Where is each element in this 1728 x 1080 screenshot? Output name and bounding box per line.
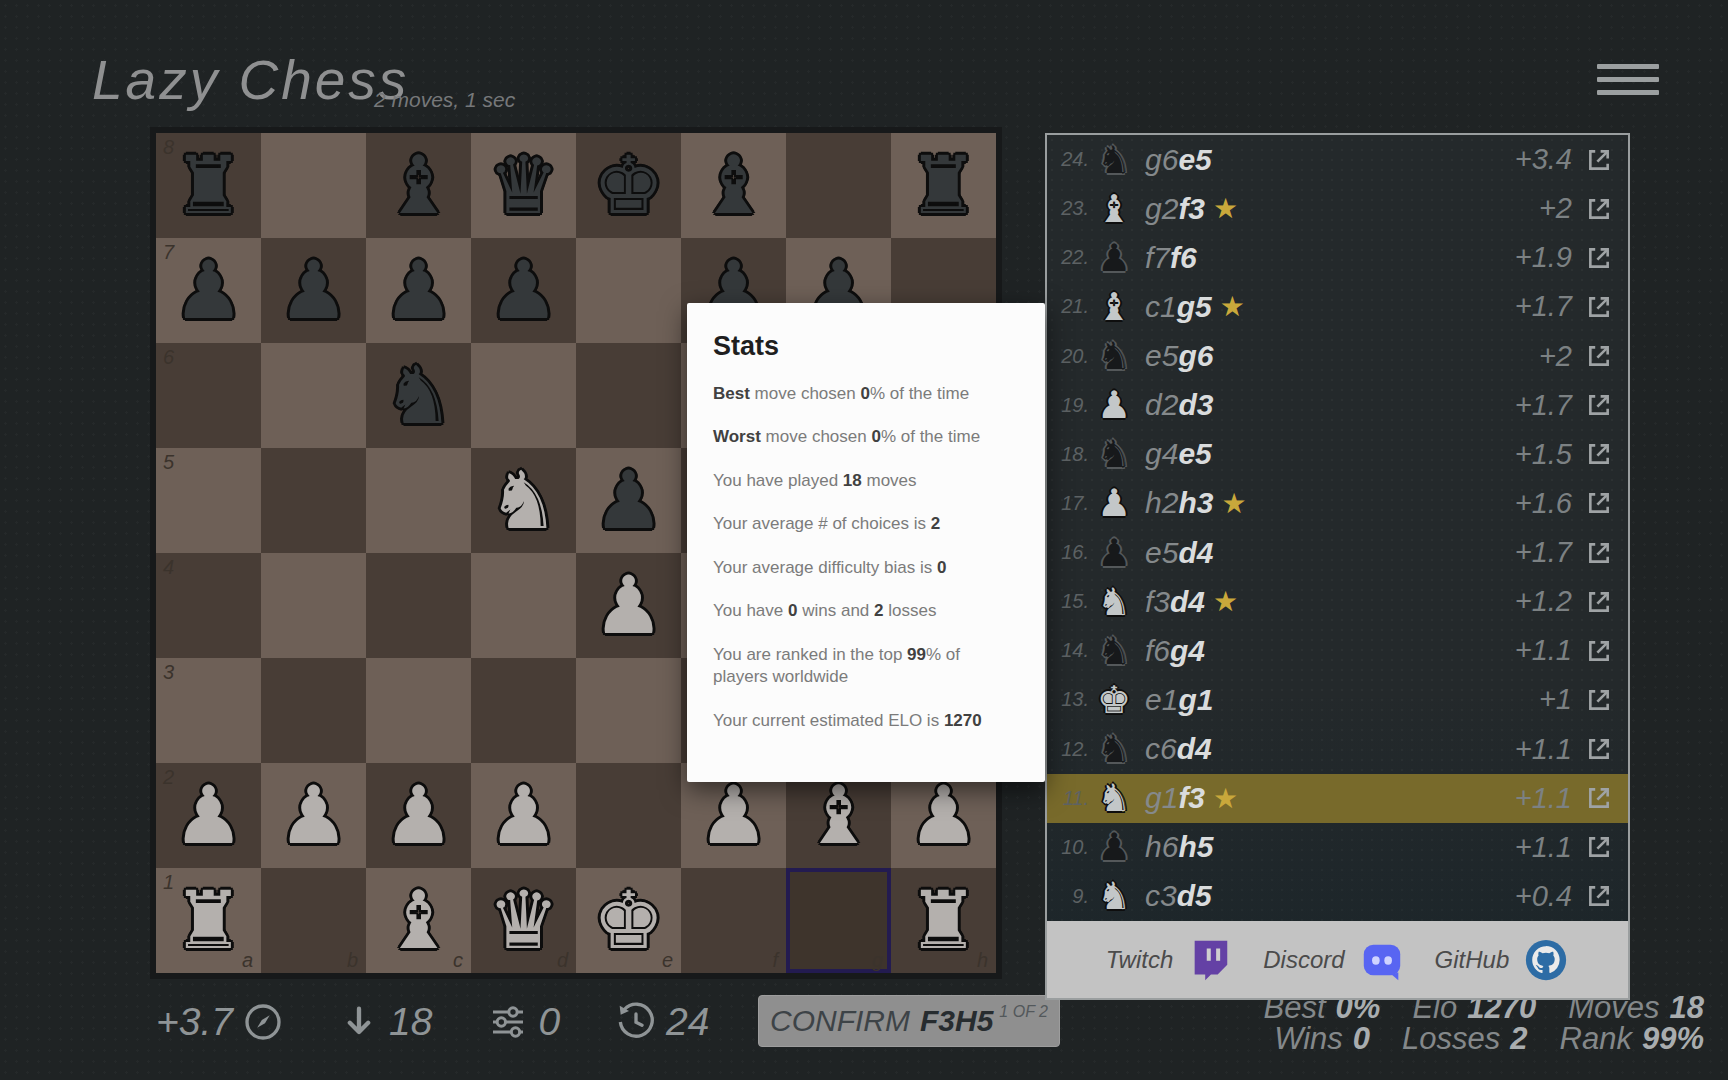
square-a7[interactable]: 7♟: [156, 238, 261, 343]
open-analysis-link-icon[interactable]: [1586, 245, 1612, 271]
square-a4[interactable]: 4: [156, 553, 261, 658]
white-rook-a1[interactable]: ♜: [156, 868, 261, 973]
stat-line-8: Your current estimated ELO is 1270: [713, 710, 1019, 732]
square-c3[interactable]: [366, 658, 471, 763]
black-knight-icon: ♞: [1089, 435, 1139, 473]
move-eval: +2: [1539, 192, 1572, 225]
move-from: f3: [1145, 585, 1170, 619]
move-eval: +1.7: [1515, 536, 1572, 569]
black-bishop-f8[interactable]: ♝: [681, 133, 786, 238]
eval-indicator: +3.7: [156, 1000, 283, 1044]
discord-icon: [1359, 937, 1405, 983]
black-pawn-icon: ♟: [1089, 828, 1139, 866]
file-label-b: b: [347, 949, 358, 972]
square-b5[interactable]: [261, 448, 366, 553]
black-pawn-c7[interactable]: ♟: [366, 238, 471, 343]
stat-line-7: You are ranked in the top 99% of players…: [713, 644, 1019, 689]
move-eval: +1.6: [1515, 487, 1572, 520]
move-number: 22.: [1047, 246, 1089, 269]
move-number: 19.: [1047, 394, 1089, 417]
file-label-g: g: [872, 949, 883, 972]
move-number: 13.: [1047, 688, 1089, 711]
square-e1[interactable]: e♚: [576, 868, 681, 973]
square-a3[interactable]: 3: [156, 658, 261, 763]
move-to: h5: [1178, 830, 1213, 864]
best-move-star-icon: ★: [1213, 585, 1238, 618]
move-eval: +1.7: [1515, 290, 1572, 323]
confirm-move-button[interactable]: CONFIRM F3H5 1 OF 2: [758, 995, 1060, 1047]
move-row-12[interactable]: 12.♞c6d4+1.1: [1047, 725, 1628, 774]
white-knight-icon: ♞: [1089, 583, 1139, 621]
white-pawn-b2[interactable]: ♟: [261, 763, 366, 868]
white-pawn-d2[interactable]: ♟: [471, 763, 576, 868]
move-number: 24.: [1047, 148, 1089, 171]
move-from: g1: [1145, 781, 1178, 815]
bottom-status-left: +3.7 18 0: [156, 1000, 709, 1044]
open-analysis-link-icon[interactable]: [1586, 294, 1612, 320]
move-eval: +2: [1539, 340, 1572, 373]
confirm-move: F3H5: [920, 1004, 993, 1038]
square-e5[interactable]: ♟: [576, 448, 681, 553]
compass-icon: [243, 1002, 283, 1042]
hamburger-bar: [1597, 90, 1659, 95]
move-to: f3: [1178, 192, 1205, 226]
move-to: g5: [1177, 290, 1212, 324]
move-from: g4: [1145, 437, 1178, 471]
move-from: g6: [1145, 143, 1178, 177]
move-number: 17.: [1047, 492, 1089, 515]
file-label-f: f: [772, 949, 778, 972]
black-rook-a8[interactable]: ♜: [156, 133, 261, 238]
black-knight-icon: ♞: [1089, 632, 1139, 670]
move-row-21[interactable]: 21.♝c1g5★+1.7: [1047, 282, 1628, 331]
square-e7[interactable]: [576, 238, 681, 343]
square-c2[interactable]: ♟: [366, 763, 471, 868]
twitch-label: Twitch: [1106, 946, 1174, 974]
hamburger-menu-icon[interactable]: [1597, 64, 1659, 103]
move-row-9[interactable]: 9.♞c3d5+0.4: [1047, 872, 1628, 921]
twitch-link[interactable]: Twitch: [1106, 937, 1234, 983]
black-pawn-d7[interactable]: ♟: [471, 238, 576, 343]
square-d6[interactable]: [471, 343, 576, 448]
stats-modal-title: Stats: [713, 331, 1019, 362]
square-c7[interactable]: ♟: [366, 238, 471, 343]
square-f8[interactable]: ♝: [681, 133, 786, 238]
white-king-icon: ♚: [1089, 681, 1139, 719]
move-to: d4: [1170, 585, 1205, 619]
square-b2[interactable]: ♟: [261, 763, 366, 868]
move-number: 23.: [1047, 197, 1089, 220]
black-pawn-a7[interactable]: ♟: [156, 238, 261, 343]
move-from: e5: [1145, 536, 1178, 570]
move-eval: +1.9: [1515, 241, 1572, 274]
white-king-e1[interactable]: ♚: [576, 868, 681, 973]
move-to: f3: [1178, 781, 1205, 815]
black-knight-c6[interactable]: ♞: [366, 343, 471, 448]
square-e6[interactable]: [576, 343, 681, 448]
square-b1[interactable]: b: [261, 868, 366, 973]
square-d8[interactable]: ♛: [471, 133, 576, 238]
panel-footer: Twitch Discord GitHub: [1047, 921, 1628, 998]
move-to: d4: [1177, 732, 1212, 766]
black-rook-h8[interactable]: ♜: [891, 133, 996, 238]
rank-label-5: 5: [163, 451, 174, 474]
open-analysis-link-icon[interactable]: [1586, 785, 1612, 811]
move-number: 10.: [1047, 836, 1089, 859]
white-rook-h1[interactable]: ♜: [891, 868, 996, 973]
move-from: h6: [1145, 830, 1178, 864]
square-b8[interactable]: [261, 133, 366, 238]
move-number: 18.: [1047, 443, 1089, 466]
move-count-value: 24: [666, 1000, 709, 1044]
eval-value: +3.7: [156, 1000, 233, 1044]
move-from: d2: [1145, 388, 1178, 422]
square-f1[interactable]: f: [681, 868, 786, 973]
move-to: g6: [1178, 339, 1213, 373]
stats-row-2: Wins0 Losses2 Rank99%: [1274, 1023, 1704, 1054]
move-from: e5: [1145, 339, 1178, 373]
move-number: 14.: [1047, 639, 1089, 662]
bias-value: 0: [538, 1000, 560, 1044]
down-arrow-icon: [339, 1002, 379, 1042]
move-row-14[interactable]: 14.♞f6g4+1.1: [1047, 626, 1628, 675]
move-row-23[interactable]: 23.♝g2f3★+2: [1047, 184, 1628, 233]
square-e8[interactable]: ♚: [576, 133, 681, 238]
best-move-star-icon: ★: [1221, 487, 1246, 520]
square-h1[interactable]: h♜: [891, 868, 996, 973]
move-row-13[interactable]: 13.♚e1g1+1: [1047, 675, 1628, 724]
black-knight-icon: ♞: [1089, 141, 1139, 179]
white-knight-d5[interactable]: ♞: [471, 448, 576, 553]
open-analysis-link-icon[interactable]: [1586, 736, 1612, 762]
move-to: e5: [1178, 143, 1211, 177]
square-d3[interactable]: [471, 658, 576, 763]
move-number: 21.: [1047, 295, 1089, 318]
square-a6[interactable]: 6: [156, 343, 261, 448]
white-bishop-icon: ♝: [1089, 288, 1139, 326]
black-pawn-icon: ♟: [1089, 534, 1139, 572]
square-d1[interactable]: d♛: [471, 868, 576, 973]
move-to: d4: [1178, 536, 1213, 570]
depth-indicator: 18: [339, 1000, 432, 1044]
move-row-20[interactable]: 20.♞e5g6+2: [1047, 332, 1628, 381]
open-analysis-link-icon[interactable]: [1586, 883, 1612, 909]
move-row-16[interactable]: 16.♟e5d4+1.7: [1047, 528, 1628, 577]
square-a8[interactable]: 8♜: [156, 133, 261, 238]
move-to: g1: [1178, 683, 1213, 717]
move-number: 16.: [1047, 541, 1089, 564]
stat-line-4: Your average # of choices is 2: [713, 513, 1019, 535]
rank-label-6: 6: [163, 346, 174, 369]
white-bishop-c1[interactable]: ♝: [366, 868, 471, 973]
white-knight-icon: ♞: [1089, 877, 1139, 915]
move-row-10[interactable]: 10.♟h6h5+1.1: [1047, 823, 1628, 872]
square-a2[interactable]: 2♟: [156, 763, 261, 868]
move-from: c3: [1145, 879, 1177, 913]
stat-line-6: You have 0 wins and 2 losses: [713, 600, 1019, 622]
depth-value: 18: [389, 1000, 432, 1044]
move-to: d3: [1178, 388, 1213, 422]
move-to: g4: [1170, 634, 1205, 668]
move-eval: +1.1: [1515, 782, 1572, 815]
square-d5[interactable]: ♞: [471, 448, 576, 553]
move-from: g2: [1145, 192, 1178, 226]
stat-line-5: Your average difficulty bias is 0: [713, 557, 1019, 579]
best-move-star-icon: ★: [1213, 782, 1238, 815]
move-number: 11.: [1047, 787, 1089, 810]
square-a1[interactable]: 1a♜: [156, 868, 261, 973]
stat-line-1: Best move chosen 0% of the time: [713, 383, 1019, 405]
move-number: 20.: [1047, 345, 1089, 368]
black-knight-icon: ♞: [1089, 337, 1139, 375]
github-link[interactable]: GitHub: [1435, 937, 1570, 983]
wins-stat: Wins0: [1274, 1023, 1370, 1054]
move-to: d5: [1177, 879, 1212, 913]
move-to: h3: [1178, 486, 1213, 520]
open-analysis-link-icon[interactable]: [1586, 441, 1612, 467]
white-pawn-c2[interactable]: ♟: [366, 763, 471, 868]
white-queen-d1[interactable]: ♛: [471, 868, 576, 973]
move-eval: +1: [1539, 683, 1572, 716]
stats-modal: Stats Best move chosen 0% of the timeWor…: [687, 303, 1045, 782]
discord-link[interactable]: Discord: [1263, 937, 1404, 983]
hamburger-bar: [1597, 64, 1659, 69]
move-number: 12.: [1047, 738, 1089, 761]
move-eval: +1.1: [1515, 733, 1572, 766]
open-analysis-link-icon[interactable]: [1586, 540, 1612, 566]
white-pawn-icon: ♟: [1089, 386, 1139, 424]
move-row-24[interactable]: 24.♞g6e5+3.4: [1047, 135, 1628, 184]
square-d7[interactable]: ♟: [471, 238, 576, 343]
move-from: e1: [1145, 683, 1178, 717]
move-number: 9.: [1047, 885, 1089, 908]
confirm-counter: 1 OF 2: [999, 1003, 1048, 1021]
square-b6[interactable]: [261, 343, 366, 448]
move-to: e5: [1178, 437, 1211, 471]
move-list: 24.♞g6e5+3.4 23.♝g2f3★+2 22.♟f7f6+1.9 21…: [1047, 135, 1628, 921]
move-from: f7: [1145, 241, 1170, 275]
move-eval: +0.4: [1515, 880, 1572, 913]
black-queen-d8[interactable]: ♛: [471, 133, 576, 238]
move-row-19[interactable]: 19.♟d2d3+1.7: [1047, 381, 1628, 430]
move-from: c1: [1145, 290, 1177, 324]
page-subtitle: 2 moves, 1 sec: [374, 88, 515, 112]
move-to: f6: [1170, 241, 1197, 275]
stat-line-3: You have played 18 moves: [713, 470, 1019, 492]
black-bishop-c8[interactable]: ♝: [366, 133, 471, 238]
move-from: h2: [1145, 486, 1178, 520]
sliders-icon: [488, 1002, 528, 1042]
github-label: GitHub: [1435, 946, 1510, 974]
open-analysis-link-icon[interactable]: [1586, 196, 1612, 222]
bias-indicator: 0: [488, 1000, 560, 1044]
white-knight-icon: ♞: [1089, 779, 1139, 817]
move-count-indicator: 24: [616, 1000, 709, 1044]
square-c6[interactable]: ♞: [366, 343, 471, 448]
square-c1[interactable]: c♝: [366, 868, 471, 973]
stats-lines: Best move chosen 0% of the timeWorst mov…: [713, 383, 1019, 732]
black-pawn-icon: ♟: [1089, 239, 1139, 277]
move-eval: +1.2: [1515, 585, 1572, 618]
rank-label-3: 3: [163, 661, 174, 684]
open-analysis-link-icon[interactable]: [1586, 343, 1612, 369]
square-c4[interactable]: [366, 553, 471, 658]
stat-line-2: Worst move chosen 0% of the time: [713, 426, 1019, 448]
page-title: Lazy Chess: [92, 48, 409, 112]
hamburger-bar: [1597, 77, 1659, 82]
losses-stat: Losses2: [1402, 1023, 1527, 1054]
move-history-panel: 24.♞g6e5+3.4 23.♝g2f3★+2 22.♟f7f6+1.9 21…: [1045, 133, 1630, 1000]
square-b7[interactable]: ♟: [261, 238, 366, 343]
move-row-15[interactable]: 15.♞f3d4★+1.2: [1047, 577, 1628, 626]
open-analysis-link-icon[interactable]: [1586, 392, 1612, 418]
square-a5[interactable]: 5: [156, 448, 261, 553]
github-icon: [1523, 937, 1569, 983]
move-eval: +1.7: [1515, 389, 1572, 422]
open-analysis-link-icon[interactable]: [1586, 687, 1612, 713]
black-knight-icon: ♞: [1089, 730, 1139, 768]
black-king-e8[interactable]: ♚: [576, 133, 681, 238]
move-row-18[interactable]: 18.♞g4e5+1.5: [1047, 430, 1628, 479]
black-pawn-e5[interactable]: ♟: [576, 448, 681, 553]
move-number: 15.: [1047, 590, 1089, 613]
square-b4[interactable]: [261, 553, 366, 658]
lazy-chess-app: Lazy Chess 2 moves, 1 sec 8♜♝♛♚♝♜7♟♟♟♟♟♟…: [0, 0, 1728, 1080]
square-c8[interactable]: ♝: [366, 133, 471, 238]
open-analysis-link-icon[interactable]: [1586, 490, 1612, 516]
open-analysis-link-icon[interactable]: [1586, 589, 1612, 615]
move-eval: +1.5: [1515, 438, 1572, 471]
move-from: f6: [1145, 634, 1170, 668]
square-e2[interactable]: [576, 763, 681, 868]
bottom-status-right: Best0% Elo1270 Moves18 Wins0 Losses2 Ran…: [1264, 992, 1704, 1054]
square-b3[interactable]: [261, 658, 366, 763]
white-bishop-icon: ♝: [1089, 190, 1139, 228]
open-analysis-link-icon[interactable]: [1586, 147, 1612, 173]
square-c5[interactable]: [366, 448, 471, 553]
move-row-17[interactable]: 17.♟h2h3★+1.6: [1047, 479, 1628, 528]
white-pawn-icon: ♟: [1089, 484, 1139, 522]
white-pawn-e4[interactable]: ♟: [576, 553, 681, 658]
move-from: c6: [1145, 732, 1177, 766]
best-move-star-icon: ★: [1220, 290, 1245, 323]
open-analysis-link-icon[interactable]: [1586, 834, 1612, 860]
move-eval: +1.1: [1515, 634, 1572, 667]
black-pawn-b7[interactable]: ♟: [261, 238, 366, 343]
move-row-11[interactable]: 11.♞g1f3★+1.1: [1047, 774, 1628, 823]
square-g8[interactable]: [786, 133, 891, 238]
open-analysis-link-icon[interactable]: [1586, 638, 1612, 664]
history-clock-icon: [616, 1002, 656, 1042]
square-e3[interactable]: [576, 658, 681, 763]
discord-label: Discord: [1263, 946, 1344, 974]
square-g1[interactable]: g: [786, 868, 891, 973]
square-d4[interactable]: [471, 553, 576, 658]
move-eval: +3.4: [1515, 143, 1572, 176]
confirm-label: CONFIRM: [770, 1004, 910, 1038]
white-pawn-a2[interactable]: ♟: [156, 763, 261, 868]
square-e4[interactable]: ♟: [576, 553, 681, 658]
square-d2[interactable]: ♟: [471, 763, 576, 868]
rank-label-4: 4: [163, 556, 174, 579]
move-row-22[interactable]: 22.♟f7f6+1.9: [1047, 233, 1628, 282]
move-eval: +1.1: [1515, 831, 1572, 864]
best-move-star-icon: ★: [1213, 192, 1238, 225]
rank-stat: Rank99%: [1560, 1023, 1704, 1054]
twitch-icon: [1187, 937, 1233, 983]
square-h8[interactable]: ♜: [891, 133, 996, 238]
